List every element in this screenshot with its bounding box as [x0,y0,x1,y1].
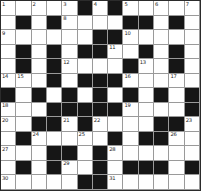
white-cell[interactable]: 17 [169,74,184,89]
white-cell[interactable] [123,146,138,161]
white-cell[interactable]: 20 [1,117,16,132]
black-cell [139,16,154,31]
white-cell[interactable] [169,146,184,161]
black-cell [123,88,138,103]
white-cell[interactable] [139,1,154,16]
white-cell[interactable] [62,30,77,45]
white-cell[interactable] [154,175,169,190]
black-cell [32,117,47,132]
black-cell [93,146,108,161]
clue-number: 19 [124,103,130,109]
clue-number: 10 [124,31,130,37]
white-cell[interactable] [169,103,184,118]
white-cell[interactable] [32,103,47,118]
white-cell[interactable]: 2 [32,1,47,16]
clue-number: 3 [63,2,66,8]
white-cell[interactable] [154,16,169,31]
clue-number: 9 [2,31,5,37]
black-cell [47,16,62,31]
black-cell [154,161,169,176]
white-cell[interactable] [185,175,200,190]
white-cell[interactable] [78,16,93,31]
black-cell [47,59,62,74]
white-cell[interactable] [154,74,169,89]
black-cell [78,1,93,16]
white-cell[interactable] [1,59,16,74]
white-cell[interactable] [47,175,62,190]
clue-number: 8 [63,16,66,22]
black-cell [169,59,184,74]
white-cell[interactable]: 27 [1,146,16,161]
white-cell[interactable] [16,88,31,103]
clue-number: 31 [109,176,115,182]
black-cell [16,45,31,60]
black-cell [93,175,108,190]
clue-number: 2 [33,2,36,8]
white-cell[interactable] [123,175,138,190]
black-cell [139,161,154,176]
black-cell [108,74,123,89]
white-cell[interactable]: 8 [62,16,77,31]
white-cell[interactable] [185,16,200,31]
white-cell[interactable] [139,175,154,190]
white-cell[interactable] [169,175,184,190]
clue-number: 20 [2,118,8,124]
black-cell [108,103,123,118]
white-cell[interactable]: 28 [108,146,123,161]
white-cell[interactable] [62,132,77,147]
white-cell[interactable] [1,161,16,176]
black-cell [47,103,62,118]
clue-number: 5 [124,2,127,8]
white-cell[interactable] [169,161,184,176]
clue-number: 28 [109,147,115,153]
black-cell [16,16,31,31]
white-cell[interactable] [16,175,31,190]
black-cell [47,74,62,89]
black-cell [139,132,154,147]
clue-number: 16 [124,74,130,80]
black-cell [62,88,77,103]
clue-number: 4 [94,2,97,8]
white-cell[interactable] [16,146,31,161]
white-cell[interactable] [47,132,62,147]
black-cell [154,88,169,103]
black-cell [1,88,16,103]
clue-number: 22 [94,118,100,124]
white-cell[interactable] [154,59,169,74]
clue-number: 25 [79,132,85,138]
black-cell [123,161,138,176]
white-cell[interactable] [139,88,154,103]
white-cell[interactable]: 24 [32,132,47,147]
black-cell [62,103,77,118]
clue-number: 6 [155,2,158,8]
white-cell[interactable]: 6 [154,1,169,16]
black-cell [16,132,31,147]
white-cell[interactable] [1,132,16,147]
clue-number: 26 [170,132,176,138]
black-cell [47,117,62,132]
black-cell [93,88,108,103]
black-cell [123,16,138,31]
white-cell[interactable] [108,59,123,74]
black-cell [154,117,169,132]
white-cell[interactable] [78,30,93,45]
black-cell [93,161,108,176]
white-cell[interactable] [1,16,16,31]
white-cell[interactable] [169,88,184,103]
clue-number: 15 [17,74,23,80]
white-cell[interactable]: 13 [139,59,154,74]
white-cell[interactable] [108,88,123,103]
white-cell[interactable] [78,88,93,103]
clue-number: 21 [63,118,69,124]
black-cell [108,30,123,45]
white-cell[interactable] [16,30,31,45]
white-cell[interactable] [32,74,47,89]
white-cell[interactable] [32,146,47,161]
black-cell [185,161,200,176]
white-cell[interactable] [123,45,138,60]
white-cell[interactable] [32,16,47,31]
white-cell[interactable] [154,30,169,45]
white-cell[interactable]: 11 [108,45,123,60]
clue-number: 12 [63,60,69,66]
crossword-stage: 1234567891011121314151617181920212223242… [0,0,203,193]
black-cell [185,88,200,103]
black-cell [169,117,184,132]
white-cell[interactable]: 29 [62,161,77,176]
clue-number: 17 [170,74,176,80]
white-cell[interactable] [16,1,31,16]
white-cell[interactable] [154,103,169,118]
white-cell[interactable] [154,45,169,60]
white-cell[interactable] [185,132,200,147]
white-cell[interactable] [62,45,77,60]
black-cell [93,30,108,45]
white-cell[interactable]: 14 [1,74,16,89]
white-cell[interactable]: 15 [16,74,31,89]
black-cell [78,103,93,118]
white-cell[interactable] [139,103,154,118]
black-cell [169,16,184,31]
black-cell [62,146,77,161]
white-cell[interactable] [93,59,108,74]
black-cell [47,161,62,176]
white-cell[interactable] [93,16,108,31]
white-cell[interactable] [47,30,62,45]
white-cell[interactable]: 31 [108,175,123,190]
white-cell[interactable]: 19 [123,103,138,118]
clue-number: 23 [186,118,192,124]
white-cell[interactable] [169,1,184,16]
white-cell[interactable]: 7 [185,1,200,16]
white-cell[interactable]: 10 [123,30,138,45]
white-cell[interactable] [47,1,62,16]
white-cell[interactable] [139,146,154,161]
black-cell [47,45,62,60]
white-cell[interactable] [108,161,123,176]
white-cell[interactable]: 30 [1,175,16,190]
white-cell[interactable]: 4 [93,1,108,16]
clue-number: 18 [2,103,8,109]
white-cell[interactable] [139,74,154,89]
black-cell [185,103,200,118]
white-cell[interactable]: 18 [1,103,16,118]
black-cell [93,103,108,118]
black-cell [93,74,108,89]
white-cell[interactable] [185,30,200,45]
white-cell[interactable] [108,117,123,132]
white-cell[interactable]: 16 [123,74,138,89]
black-cell [16,59,31,74]
white-cell[interactable] [154,146,169,161]
black-cell [78,45,93,60]
white-cell[interactable]: 9 [1,30,16,45]
black-cell [93,45,108,60]
clue-number: 11 [109,45,115,51]
white-cell[interactable] [62,175,77,190]
white-cell[interactable]: 25 [78,132,93,147]
black-cell [32,88,47,103]
white-cell[interactable] [185,59,200,74]
white-cell[interactable]: 22 [93,117,108,132]
white-cell[interactable] [123,117,138,132]
clue-number: 29 [63,161,69,167]
white-cell[interactable]: 5 [123,1,138,16]
black-cell [47,146,62,161]
black-cell [78,117,93,132]
white-cell[interactable]: 21 [62,117,77,132]
white-cell[interactable] [123,132,138,147]
white-cell[interactable] [78,161,93,176]
white-cell[interactable] [169,30,184,45]
crossword-grid: 1234567891011121314151617181920212223242… [0,0,201,191]
clue-number: 27 [2,147,8,153]
clue-number: 7 [186,2,189,8]
white-cell[interactable] [32,45,47,60]
white-cell[interactable]: 26 [169,132,184,147]
white-cell[interactable] [32,59,47,74]
white-cell[interactable] [32,161,47,176]
white-cell[interactable] [32,30,47,45]
black-cell [78,175,93,190]
white-cell[interactable] [185,45,200,60]
white-cell[interactable] [108,16,123,31]
clue-number: 1 [2,2,5,8]
clue-number: 24 [33,132,39,138]
black-cell [154,132,169,147]
white-cell[interactable]: 12 [62,59,77,74]
white-cell[interactable] [185,74,200,89]
white-cell[interactable] [16,103,31,118]
white-cell[interactable]: 23 [185,117,200,132]
white-cell[interactable] [139,30,154,45]
white-cell[interactable]: 3 [62,1,77,16]
white-cell[interactable] [139,117,154,132]
white-cell[interactable] [93,132,108,147]
black-cell [169,45,184,60]
black-cell [16,161,31,176]
black-cell [123,59,138,74]
white-cell[interactable] [185,146,200,161]
clue-number: 30 [2,176,8,182]
white-cell[interactable] [32,175,47,190]
black-cell [78,74,93,89]
white-cell[interactable] [16,117,31,132]
black-cell [108,132,123,147]
clue-number: 14 [2,74,8,80]
white-cell[interactable] [47,88,62,103]
clue-number: 13 [140,60,146,66]
white-cell[interactable]: 1 [1,1,16,16]
black-cell [108,1,123,16]
white-cell[interactable] [78,146,93,161]
black-cell [139,45,154,60]
white-cell[interactable] [78,59,93,74]
white-cell[interactable] [1,45,16,60]
white-cell[interactable] [62,74,77,89]
